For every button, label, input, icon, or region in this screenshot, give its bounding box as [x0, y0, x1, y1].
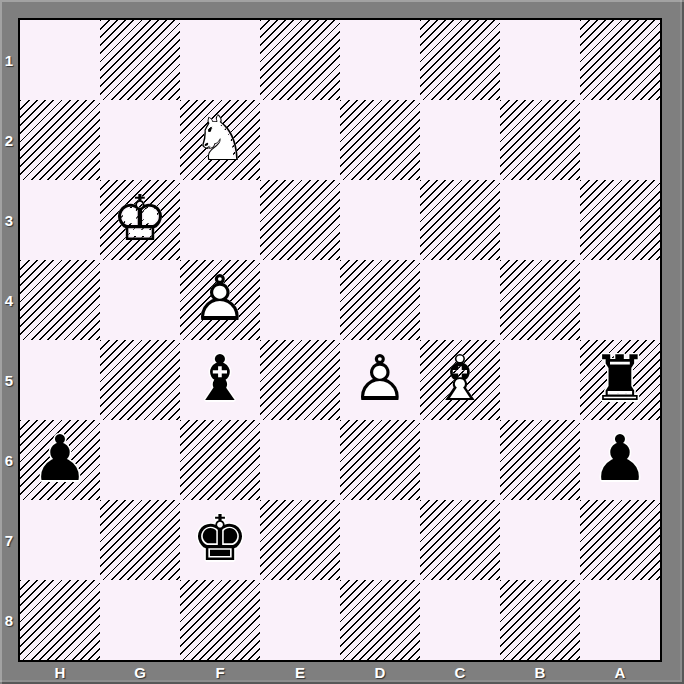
- file-label-e: E: [260, 661, 340, 683]
- square-b6[interactable]: [500, 420, 580, 500]
- square-d3[interactable]: [340, 180, 420, 260]
- square-c3[interactable]: [420, 180, 500, 260]
- square-a3[interactable]: [580, 180, 660, 260]
- square-e7[interactable]: [260, 500, 340, 580]
- square-h4[interactable]: [20, 260, 100, 340]
- square-d4[interactable]: [340, 260, 420, 340]
- square-g5[interactable]: [100, 340, 180, 420]
- piece-glyph: ♟: [580, 420, 660, 500]
- rank-label-5: 5: [0, 340, 18, 420]
- white-pawn[interactable]: ♟♙: [180, 260, 260, 340]
- square-b2[interactable]: [500, 100, 580, 180]
- square-a4[interactable]: [580, 260, 660, 340]
- square-a2[interactable]: [580, 100, 660, 180]
- board-frame: ♞♘♚♔♟♙♝♟♙♝♗♜♟♟♚ 12345678 HGFEDCBA: [0, 0, 684, 684]
- square-d6[interactable]: [340, 420, 420, 500]
- square-g1[interactable]: [100, 20, 180, 100]
- white-pawn[interactable]: ♟♙: [340, 340, 420, 420]
- square-c2[interactable]: [420, 100, 500, 180]
- square-h7[interactable]: [20, 500, 100, 580]
- square-d2[interactable]: [340, 100, 420, 180]
- black-king[interactable]: ♚: [180, 500, 260, 580]
- square-c6[interactable]: [420, 420, 500, 500]
- piece-outline-layer: ♔: [100, 180, 180, 260]
- square-b3[interactable]: [500, 180, 580, 260]
- square-b4[interactable]: [500, 260, 580, 340]
- file-label-g: G: [100, 661, 180, 683]
- square-g8[interactable]: [100, 580, 180, 660]
- file-label-d: D: [340, 661, 420, 683]
- rank-label-8: 8: [0, 580, 18, 660]
- square-e6[interactable]: [260, 420, 340, 500]
- square-h2[interactable]: [20, 100, 100, 180]
- square-b7[interactable]: [500, 500, 580, 580]
- rank-label-3: 3: [0, 180, 18, 260]
- file-label-c: C: [420, 661, 500, 683]
- square-e2[interactable]: [260, 100, 340, 180]
- square-h3[interactable]: [20, 180, 100, 260]
- square-g6[interactable]: [100, 420, 180, 500]
- square-g4[interactable]: [100, 260, 180, 340]
- rank-label-4: 4: [0, 260, 18, 340]
- square-a5[interactable]: ♜: [580, 340, 660, 420]
- square-f4[interactable]: ♟♙: [180, 260, 260, 340]
- black-bishop[interactable]: ♝: [180, 340, 260, 420]
- square-d8[interactable]: [340, 580, 420, 660]
- piece-glyph: ♟: [20, 420, 100, 500]
- white-knight[interactable]: ♞♘: [180, 100, 260, 180]
- rank-label-2: 2: [0, 100, 18, 180]
- white-king[interactable]: ♚♔: [100, 180, 180, 260]
- square-b8[interactable]: [500, 580, 580, 660]
- piece-outline-layer: ♗: [420, 340, 500, 420]
- square-c8[interactable]: [420, 580, 500, 660]
- file-label-b: B: [500, 661, 580, 683]
- square-a1[interactable]: [580, 20, 660, 100]
- square-d5[interactable]: ♟♙: [340, 340, 420, 420]
- square-c1[interactable]: [420, 20, 500, 100]
- square-a7[interactable]: [580, 500, 660, 580]
- square-c5[interactable]: ♝♗: [420, 340, 500, 420]
- black-rook[interactable]: ♜: [580, 340, 660, 420]
- rank-label-7: 7: [0, 500, 18, 580]
- square-c7[interactable]: [420, 500, 500, 580]
- square-d7[interactable]: [340, 500, 420, 580]
- rank-label-1: 1: [0, 20, 18, 100]
- piece-outline-layer: ♙: [340, 340, 420, 420]
- square-h6[interactable]: ♟: [20, 420, 100, 500]
- square-e3[interactable]: [260, 180, 340, 260]
- rank-label-6: 6: [0, 420, 18, 500]
- square-c4[interactable]: [420, 260, 500, 340]
- square-b5[interactable]: [500, 340, 580, 420]
- file-label-h: H: [20, 661, 100, 683]
- piece-glyph: ♝: [180, 340, 260, 420]
- square-e1[interactable]: [260, 20, 340, 100]
- square-f6[interactable]: [180, 420, 260, 500]
- chess-board: ♞♘♚♔♟♙♝♟♙♝♗♜♟♟♚: [18, 18, 662, 662]
- square-a6[interactable]: ♟: [580, 420, 660, 500]
- white-bishop[interactable]: ♝♗: [420, 340, 500, 420]
- piece-outline-layer: ♘: [180, 100, 260, 180]
- square-e4[interactable]: [260, 260, 340, 340]
- square-f1[interactable]: [180, 20, 260, 100]
- file-label-a: A: [580, 661, 660, 683]
- square-f3[interactable]: [180, 180, 260, 260]
- square-e8[interactable]: [260, 580, 340, 660]
- square-d1[interactable]: [340, 20, 420, 100]
- square-h5[interactable]: [20, 340, 100, 420]
- square-f5[interactable]: ♝: [180, 340, 260, 420]
- square-h8[interactable]: [20, 580, 100, 660]
- square-f7[interactable]: ♚: [180, 500, 260, 580]
- square-f8[interactable]: [180, 580, 260, 660]
- black-pawn[interactable]: ♟: [580, 420, 660, 500]
- square-h1[interactable]: [20, 20, 100, 100]
- square-g2[interactable]: [100, 100, 180, 180]
- piece-outline-layer: ♙: [180, 260, 260, 340]
- square-e5[interactable]: [260, 340, 340, 420]
- piece-glyph: ♚: [180, 500, 260, 580]
- piece-glyph: ♜: [580, 340, 660, 420]
- square-a8[interactable]: [580, 580, 660, 660]
- square-g7[interactable]: [100, 500, 180, 580]
- square-f2[interactable]: ♞♘: [180, 100, 260, 180]
- square-b1[interactable]: [500, 20, 580, 100]
- square-g3[interactable]: ♚♔: [100, 180, 180, 260]
- file-label-f: F: [180, 661, 260, 683]
- black-pawn[interactable]: ♟: [20, 420, 100, 500]
